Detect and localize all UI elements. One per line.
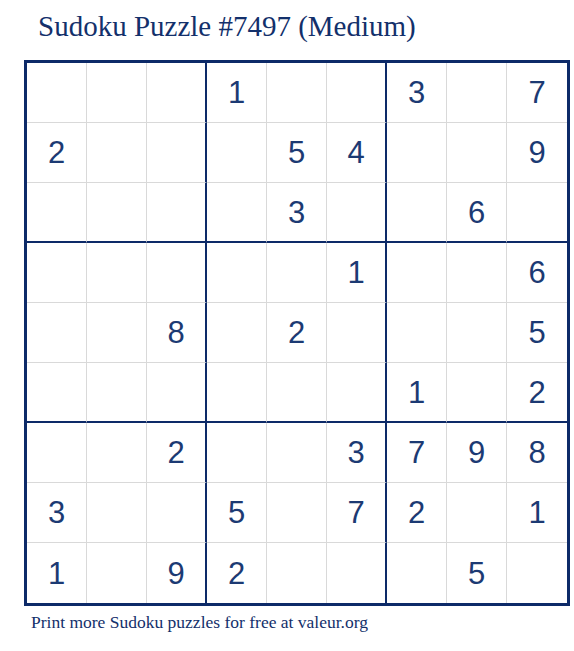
cell-r2c1[interactable]: 2 <box>27 123 87 183</box>
given-digit: 2 <box>48 137 65 168</box>
cell-r2c6[interactable]: 4 <box>327 123 387 183</box>
given-digit: 6 <box>468 197 485 228</box>
cell-r2c7[interactable] <box>387 123 447 183</box>
cell-r8c6[interactable]: 7 <box>327 483 387 543</box>
cell-r4c7[interactable] <box>387 243 447 303</box>
cell-r2c2[interactable] <box>87 123 147 183</box>
given-digit: 3 <box>408 77 425 108</box>
cell-r9c6[interactable] <box>327 543 387 603</box>
given-digit: 2 <box>408 497 425 528</box>
cell-r6c6[interactable] <box>327 363 387 423</box>
given-digit: 2 <box>288 317 305 348</box>
footer-text: Print more Sudoku puzzles for free at va… <box>31 612 368 633</box>
given-digit: 3 <box>347 437 364 468</box>
given-digit: 1 <box>347 257 364 288</box>
cell-r1c3[interactable] <box>147 63 207 123</box>
cell-r2c3[interactable] <box>147 123 207 183</box>
cell-r7c1[interactable] <box>27 423 87 483</box>
cell-r3c7[interactable] <box>387 183 447 243</box>
cell-r8c8[interactable] <box>447 483 507 543</box>
cell-r5c3[interactable]: 8 <box>147 303 207 363</box>
cell-r4c6[interactable]: 1 <box>327 243 387 303</box>
given-digit: 1 <box>528 497 545 528</box>
cell-r6c2[interactable] <box>87 363 147 423</box>
cell-r5c9[interactable]: 5 <box>507 303 567 363</box>
cell-r7c7[interactable]: 7 <box>387 423 447 483</box>
given-digit: 1 <box>408 377 425 408</box>
sudoku-grid: 137254936168251223798357211925 <box>24 60 570 606</box>
cell-r4c4[interactable] <box>207 243 267 303</box>
cell-r6c3[interactable] <box>147 363 207 423</box>
given-digit: 8 <box>528 437 545 468</box>
cell-r1c4[interactable]: 1 <box>207 63 267 123</box>
cell-r7c9[interactable]: 8 <box>507 423 567 483</box>
cell-r9c9[interactable] <box>507 543 567 603</box>
cell-r3c8[interactable]: 6 <box>447 183 507 243</box>
given-digit: 5 <box>468 558 485 589</box>
given-digit: 7 <box>528 77 545 108</box>
cell-r3c5[interactable]: 3 <box>267 183 327 243</box>
cell-r3c2[interactable] <box>87 183 147 243</box>
cell-r5c8[interactable] <box>447 303 507 363</box>
given-digit: 3 <box>48 497 65 528</box>
cell-r7c5[interactable] <box>267 423 327 483</box>
cell-r2c5[interactable]: 5 <box>267 123 327 183</box>
cell-r4c1[interactable] <box>27 243 87 303</box>
cell-r9c1[interactable]: 1 <box>27 543 87 603</box>
cell-r3c4[interactable] <box>207 183 267 243</box>
cell-r6c7[interactable]: 1 <box>387 363 447 423</box>
cell-r2c8[interactable] <box>447 123 507 183</box>
cell-r7c2[interactable] <box>87 423 147 483</box>
page-title: Sudoku Puzzle #7497 (Medium) <box>38 10 416 43</box>
cell-r7c4[interactable] <box>207 423 267 483</box>
given-digit: 3 <box>288 197 305 228</box>
given-digit: 5 <box>528 317 545 348</box>
given-digit: 6 <box>528 257 545 288</box>
cell-r8c7[interactable]: 2 <box>387 483 447 543</box>
cell-r4c8[interactable] <box>447 243 507 303</box>
cell-r1c1[interactable] <box>27 63 87 123</box>
cell-r4c3[interactable] <box>147 243 207 303</box>
given-digit: 2 <box>167 437 184 468</box>
cell-r3c3[interactable] <box>147 183 207 243</box>
given-digit: 7 <box>347 497 364 528</box>
cell-r1c2[interactable] <box>87 63 147 123</box>
cell-r9c7[interactable] <box>387 543 447 603</box>
cell-r8c5[interactable] <box>267 483 327 543</box>
cell-r1c9[interactable]: 7 <box>507 63 567 123</box>
cell-r8c4[interactable]: 5 <box>207 483 267 543</box>
cell-r5c7[interactable] <box>387 303 447 363</box>
given-digit: 9 <box>468 437 485 468</box>
cell-r4c5[interactable] <box>267 243 327 303</box>
cell-r6c8[interactable] <box>447 363 507 423</box>
given-digit: 2 <box>228 558 245 589</box>
cell-r1c7[interactable]: 3 <box>387 63 447 123</box>
cell-r1c6[interactable] <box>327 63 387 123</box>
cell-r3c6[interactable] <box>327 183 387 243</box>
cell-r9c4[interactable]: 2 <box>207 543 267 603</box>
cell-r9c2[interactable] <box>87 543 147 603</box>
given-digit: 2 <box>528 377 545 408</box>
given-digit: 5 <box>228 497 245 528</box>
cell-r1c8[interactable] <box>447 63 507 123</box>
given-digit: 4 <box>347 137 364 168</box>
given-digit: 5 <box>288 137 305 168</box>
cell-r6c1[interactable] <box>27 363 87 423</box>
cell-r4c9[interactable]: 6 <box>507 243 567 303</box>
cell-r7c8[interactable]: 9 <box>447 423 507 483</box>
cell-r9c8[interactable]: 5 <box>447 543 507 603</box>
cell-r2c9[interactable]: 9 <box>507 123 567 183</box>
given-digit: 9 <box>528 137 545 168</box>
cell-r5c4[interactable] <box>207 303 267 363</box>
cell-r8c9[interactable]: 1 <box>507 483 567 543</box>
cell-r3c1[interactable] <box>27 183 87 243</box>
cell-r8c3[interactable] <box>147 483 207 543</box>
given-digit: 1 <box>228 77 245 108</box>
given-digit: 8 <box>167 317 184 348</box>
cell-r8c2[interactable] <box>87 483 147 543</box>
given-digit: 7 <box>408 437 425 468</box>
cell-r6c4[interactable] <box>207 363 267 423</box>
cell-r6c5[interactable] <box>267 363 327 423</box>
cell-r7c6[interactable]: 3 <box>327 423 387 483</box>
cell-r9c5[interactable] <box>267 543 327 603</box>
cell-r3c9[interactable] <box>507 183 567 243</box>
cell-r5c2[interactable] <box>87 303 147 363</box>
given-digit: 9 <box>167 558 184 589</box>
cell-r6c9[interactable]: 2 <box>507 363 567 423</box>
cell-r8c1[interactable]: 3 <box>27 483 87 543</box>
cell-r1c5[interactable] <box>267 63 327 123</box>
cell-r2c4[interactable] <box>207 123 267 183</box>
cell-r4c2[interactable] <box>87 243 147 303</box>
cell-r5c5[interactable]: 2 <box>267 303 327 363</box>
cell-r5c1[interactable] <box>27 303 87 363</box>
cell-r7c3[interactable]: 2 <box>147 423 207 483</box>
cell-r5c6[interactable] <box>327 303 387 363</box>
given-digit: 1 <box>48 558 65 589</box>
cell-r9c3[interactable]: 9 <box>147 543 207 603</box>
